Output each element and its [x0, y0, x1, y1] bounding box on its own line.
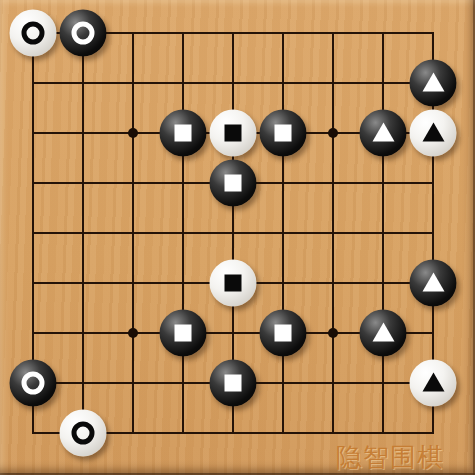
- intersection[interactable]: [158, 408, 208, 458]
- square-mark: [225, 375, 242, 392]
- intersection[interactable]: [208, 208, 258, 258]
- intersection[interactable]: [108, 158, 158, 208]
- square-mark: [225, 275, 242, 292]
- white-stone[interactable]: [10, 10, 57, 57]
- triangle-mark: [372, 322, 394, 341]
- go-board: 隐智围棋: [0, 0, 475, 475]
- intersection[interactable]: [358, 58, 408, 108]
- intersection[interactable]: [408, 208, 458, 258]
- intersection[interactable]: [408, 8, 458, 58]
- black-stone[interactable]: [410, 60, 457, 107]
- intersection[interactable]: [308, 258, 358, 308]
- intersection[interactable]: [258, 208, 308, 258]
- black-stone[interactable]: [210, 160, 257, 207]
- intersection[interactable]: [108, 8, 158, 58]
- black-stone[interactable]: [10, 360, 57, 407]
- black-stone[interactable]: [360, 310, 407, 357]
- intersection[interactable]: [8, 308, 58, 358]
- intersection[interactable]: [258, 358, 308, 408]
- intersection[interactable]: [158, 8, 208, 58]
- black-stone[interactable]: [410, 260, 457, 307]
- black-stone[interactable]: [210, 360, 257, 407]
- intersection[interactable]: [258, 408, 308, 458]
- triangle-mark: [422, 272, 444, 291]
- intersection[interactable]: [358, 358, 408, 408]
- intersection[interactable]: [158, 208, 208, 258]
- intersection[interactable]: [58, 208, 108, 258]
- white-stone[interactable]: [210, 260, 257, 307]
- intersection[interactable]: [208, 58, 258, 108]
- square-mark: [225, 125, 242, 142]
- intersection[interactable]: [358, 258, 408, 308]
- black-stone[interactable]: [260, 310, 307, 357]
- intersection[interactable]: [108, 308, 158, 358]
- white-stone[interactable]: [410, 360, 457, 407]
- intersection[interactable]: [258, 158, 308, 208]
- intersection[interactable]: [208, 308, 258, 358]
- white-stone[interactable]: [210, 110, 257, 157]
- circle-mark: [22, 22, 45, 45]
- triangle-mark: [422, 372, 444, 391]
- triangle-mark: [372, 122, 394, 141]
- intersection[interactable]: [58, 58, 108, 108]
- circle-mark: [72, 22, 95, 45]
- intersection[interactable]: [308, 358, 358, 408]
- intersection[interactable]: [358, 208, 408, 258]
- circle-mark: [22, 372, 45, 395]
- square-mark: [275, 125, 292, 142]
- intersection[interactable]: [58, 158, 108, 208]
- intersection[interactable]: [408, 308, 458, 358]
- intersection[interactable]: [158, 58, 208, 108]
- square-mark: [225, 175, 242, 192]
- intersection[interactable]: [158, 258, 208, 308]
- intersection[interactable]: [8, 58, 58, 108]
- intersection[interactable]: [208, 408, 258, 458]
- intersection[interactable]: [308, 8, 358, 58]
- white-stone[interactable]: [410, 110, 457, 157]
- intersection[interactable]: [308, 158, 358, 208]
- square-mark: [275, 325, 292, 342]
- black-stone[interactable]: [160, 110, 207, 157]
- black-stone[interactable]: [360, 110, 407, 157]
- square-mark: [175, 125, 192, 142]
- intersection[interactable]: [258, 58, 308, 108]
- intersection[interactable]: [8, 258, 58, 308]
- intersection[interactable]: [308, 58, 358, 108]
- intersection[interactable]: [108, 108, 158, 158]
- intersection[interactable]: [358, 158, 408, 208]
- intersection[interactable]: [8, 408, 58, 458]
- intersection[interactable]: [158, 358, 208, 408]
- intersection[interactable]: [158, 158, 208, 208]
- intersection[interactable]: [58, 358, 108, 408]
- intersection[interactable]: [108, 208, 158, 258]
- intersection[interactable]: [308, 208, 358, 258]
- intersection[interactable]: [8, 108, 58, 158]
- watermark-text: 隐智围棋: [336, 444, 444, 470]
- intersection[interactable]: [308, 108, 358, 158]
- black-stone[interactable]: [60, 10, 107, 57]
- white-stone[interactable]: [60, 410, 107, 457]
- intersection[interactable]: [58, 108, 108, 158]
- intersection[interactable]: [108, 58, 158, 108]
- intersection[interactable]: [108, 358, 158, 408]
- intersection[interactable]: [358, 8, 408, 58]
- intersection[interactable]: [258, 8, 308, 58]
- square-mark: [175, 325, 192, 342]
- intersection[interactable]: [108, 258, 158, 308]
- intersection[interactable]: [408, 158, 458, 208]
- black-stone[interactable]: [260, 110, 307, 157]
- black-stone[interactable]: [160, 310, 207, 357]
- intersection[interactable]: [308, 308, 358, 358]
- intersection[interactable]: [58, 258, 108, 308]
- intersection[interactable]: [58, 308, 108, 358]
- circle-mark: [72, 422, 95, 445]
- intersection[interactable]: [258, 258, 308, 308]
- triangle-mark: [422, 72, 444, 91]
- intersection[interactable]: [208, 8, 258, 58]
- intersection[interactable]: [8, 158, 58, 208]
- triangle-mark: [422, 122, 444, 141]
- go-app: 隐智围棋: [0, 0, 475, 475]
- intersection[interactable]: [108, 408, 158, 458]
- intersection[interactable]: [8, 208, 58, 258]
